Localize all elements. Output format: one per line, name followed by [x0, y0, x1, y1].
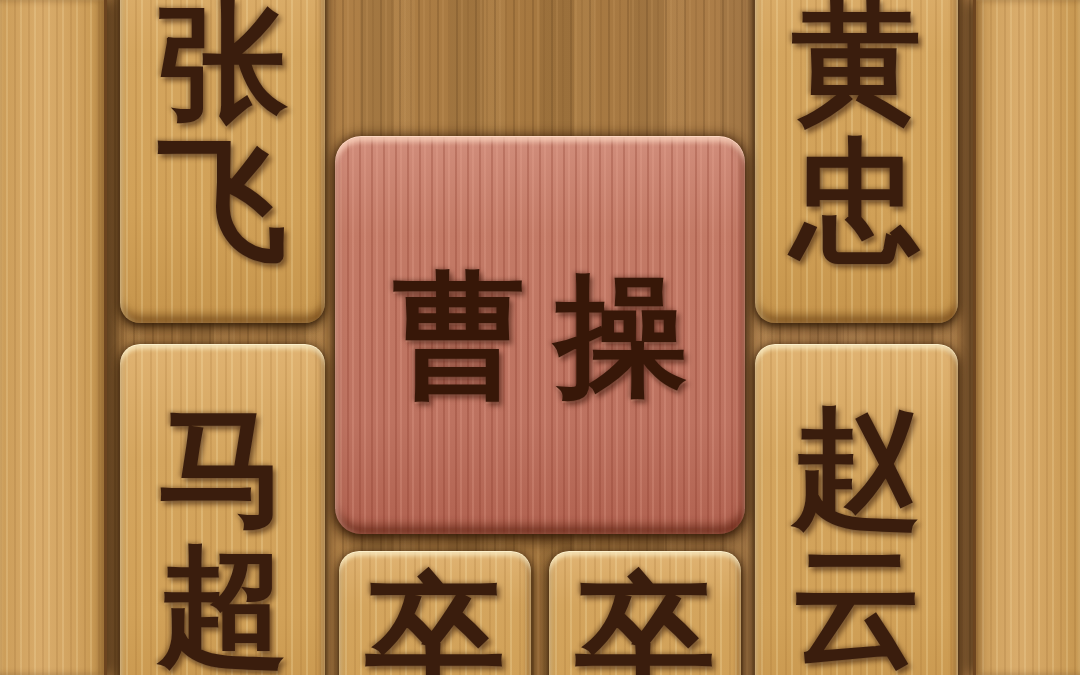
block-soldier-2-char: 卒 — [575, 570, 715, 675]
block-caocao[interactable]: 曹 操 — [335, 136, 745, 534]
block-zhaoyun-char-1: 赵 — [792, 403, 922, 533]
block-huangzhong-char-1: 黄 — [792, 0, 922, 127]
block-huangzhong[interactable]: 黄 忠 — [755, 0, 958, 323]
block-caocao-char-2: 操 — [555, 269, 687, 401]
block-zhangfei-char-2: 飞 — [158, 135, 288, 265]
block-zhaoyun-char-2: 云 — [792, 541, 922, 671]
block-zhangfei-char-1: 张 — [158, 0, 288, 127]
block-soldier-1[interactable]: 卒 — [339, 551, 531, 675]
block-caocao-char-1: 曹 — [393, 269, 525, 401]
block-huangzhong-char-2: 忠 — [792, 135, 922, 265]
board-frame-left-plank — [0, 0, 107, 675]
block-soldier-2[interactable]: 卒 — [549, 551, 741, 675]
block-zhaoyun[interactable]: 赵 云 — [755, 344, 958, 675]
block-machao[interactable]: 马 超 — [120, 344, 325, 675]
block-zhangfei[interactable]: 张 飞 — [120, 0, 325, 323]
block-machao-char-2: 超 — [158, 541, 288, 671]
block-machao-char-1: 马 — [158, 403, 288, 533]
klotski-board: 张 飞 黄 忠 曹 操 马 超 赵 云 卒 卒 — [0, 0, 1080, 675]
block-soldier-1-char: 卒 — [365, 570, 505, 675]
board-frame-right-plank — [973, 0, 1080, 675]
